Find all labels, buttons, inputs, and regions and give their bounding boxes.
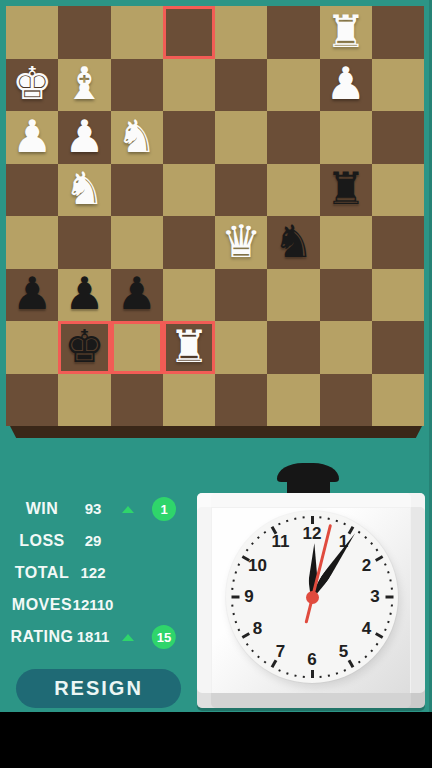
square-h5[interactable]: [372, 164, 424, 217]
square-h3[interactable]: [372, 269, 424, 322]
minute-tick: [294, 517, 297, 520]
stat-row-moves: MOVES12110: [0, 589, 200, 621]
clock-number-10: 10: [246, 555, 268, 577]
square-f2[interactable]: [267, 321, 319, 374]
square-a2[interactable]: [6, 321, 58, 374]
piece-white-knight[interactable]: ♞: [116, 114, 156, 159]
stat-value-win: 93: [58, 493, 128, 525]
square-f5[interactable]: [267, 164, 319, 217]
minute-tick: [278, 669, 281, 672]
square-h2[interactable]: [372, 321, 424, 374]
stat-row-win: WIN931: [0, 493, 200, 525]
app-screen: ♜♚♝♟♟♟♞♞♜♛♞♟♟♟♚♜ WIN931LOSS29TOTAL122MOV…: [0, 0, 432, 768]
square-d6[interactable]: [163, 111, 215, 164]
piece-white-pawn[interactable]: ♟: [12, 114, 52, 159]
rating-change-badge: 15: [152, 625, 176, 649]
stat-value-total: 122: [58, 557, 128, 589]
trend-up-icon: [122, 506, 134, 513]
square-b1[interactable]: [58, 374, 110, 427]
clock-number-5: 5: [333, 641, 355, 663]
minute-tick: [246, 548, 249, 551]
square-h1[interactable]: [372, 374, 424, 427]
square-e8[interactable]: [215, 6, 267, 59]
clock-face: 123456789101112: [226, 511, 398, 683]
stat-row-rating: RATING181115: [0, 621, 200, 653]
chess-clock: 123456789101112: [197, 463, 425, 709]
stat-value-loss: 29: [58, 525, 128, 557]
square-a3[interactable]: ♟: [6, 269, 58, 322]
piece-white-pawn[interactable]: ♟: [325, 61, 365, 106]
minute-tick: [237, 628, 240, 631]
minute-tick: [387, 571, 390, 574]
square-f1[interactable]: [267, 374, 319, 427]
minute-tick: [234, 571, 237, 574]
bottom-bar: [0, 712, 432, 768]
minute-tick: [278, 522, 281, 525]
minute-tick: [364, 536, 367, 539]
square-d4[interactable]: [163, 216, 215, 269]
piece-white-pawn[interactable]: ♟: [64, 114, 104, 159]
minute-tick: [257, 655, 260, 658]
piece-white-rook[interactable]: ♜: [169, 324, 209, 369]
square-a8[interactable]: [6, 6, 58, 59]
clock-number-3: 3: [364, 586, 386, 608]
piece-black-knight[interactable]: ♞: [273, 219, 313, 264]
square-e2[interactable]: [215, 321, 267, 374]
minute-tick: [319, 516, 321, 519]
piece-white-knight[interactable]: ♞: [64, 166, 104, 211]
square-e1[interactable]: [215, 374, 267, 427]
square-b8[interactable]: [58, 6, 110, 59]
square-c3[interactable]: ♟: [111, 269, 163, 322]
piece-black-king[interactable]: ♚: [64, 324, 104, 369]
clock-number-4: 4: [356, 618, 378, 640]
square-g5[interactable]: ♜: [320, 164, 372, 217]
minute-tick: [343, 669, 346, 672]
stat-row-total: TOTAL122: [0, 557, 200, 589]
clock-number-9: 9: [238, 586, 260, 608]
minute-tick: [302, 516, 304, 519]
piece-white-bishop[interactable]: ♝: [64, 61, 104, 106]
square-a4[interactable]: [6, 216, 58, 269]
square-h6[interactable]: [372, 111, 424, 164]
clock-center-dot: [306, 591, 319, 604]
hour-tick: [311, 670, 314, 678]
square-g6[interactable]: [320, 111, 372, 164]
square-g7[interactable]: ♟: [320, 59, 372, 112]
square-b2[interactable]: ♚: [58, 321, 110, 374]
square-d5[interactable]: [163, 164, 215, 217]
piece-black-pawn[interactable]: ♟: [12, 271, 52, 316]
minute-tick: [390, 587, 393, 589]
square-f6[interactable]: [267, 111, 319, 164]
square-e4[interactable]: ♛: [215, 216, 267, 269]
minute-tick: [263, 660, 266, 663]
clock-number-6: 6: [301, 649, 323, 671]
clock-number-12: 12: [301, 523, 323, 545]
square-a6[interactable]: ♟: [6, 111, 58, 164]
square-h4[interactable]: [372, 216, 424, 269]
square-f8[interactable]: [267, 6, 319, 59]
minute-tick: [375, 642, 378, 645]
minute-tick: [294, 674, 297, 677]
square-f3[interactable]: [267, 269, 319, 322]
minute-tick: [384, 628, 387, 631]
square-b3[interactable]: ♟: [58, 269, 110, 322]
minute-tick: [335, 519, 338, 522]
square-b5[interactable]: ♞: [58, 164, 110, 217]
minute-tick: [370, 649, 373, 652]
minute-tick: [390, 604, 393, 606]
minute-tick: [231, 587, 234, 589]
clock-body: 123456789101112: [197, 493, 425, 708]
square-f4[interactable]: ♞: [267, 216, 319, 269]
minute-tick: [357, 531, 360, 534]
square-d2[interactable]: ♜: [163, 321, 215, 374]
square-c6[interactable]: ♞: [111, 111, 163, 164]
win-change-badge: 1: [152, 497, 176, 521]
minute-tick: [389, 579, 392, 582]
square-a7[interactable]: ♚: [6, 59, 58, 112]
minute-tick: [251, 542, 254, 545]
stat-value-rating: 1811: [58, 621, 128, 653]
piece-black-pawn[interactable]: ♟: [116, 271, 156, 316]
trend-up-icon: [122, 634, 134, 641]
minute-tick: [257, 536, 260, 539]
square-b6[interactable]: ♟: [58, 111, 110, 164]
piece-white-queen[interactable]: ♛: [221, 219, 261, 264]
square-g1[interactable]: [320, 374, 372, 427]
minute-tick: [357, 660, 360, 663]
square-c1[interactable]: [111, 374, 163, 427]
square-c8[interactable]: [111, 6, 163, 59]
minute-tick: [319, 675, 321, 678]
clock-number-2: 2: [356, 555, 378, 577]
square-e7[interactable]: [215, 59, 267, 112]
piece-black-rook[interactable]: ♜: [325, 166, 365, 211]
square-g8[interactable]: ♜: [320, 6, 372, 59]
minute-tick: [251, 649, 254, 652]
clock-number-8: 8: [246, 618, 268, 640]
board-base-edge: [10, 426, 422, 438]
minute-tick: [343, 522, 346, 525]
resign-button[interactable]: RESIGN: [16, 669, 181, 708]
minute-tick: [384, 563, 387, 566]
square-c7[interactable]: [111, 59, 163, 112]
square-h7[interactable]: [372, 59, 424, 112]
square-e5[interactable]: [215, 164, 267, 217]
square-a1[interactable]: [6, 374, 58, 427]
minute-tick: [335, 672, 338, 675]
minute-tick: [286, 672, 289, 675]
minute-tick: [232, 612, 235, 615]
square-d3[interactable]: [163, 269, 215, 322]
piece-black-pawn[interactable]: ♟: [64, 271, 104, 316]
piece-white-king[interactable]: ♚: [12, 61, 52, 106]
minute-tick: [234, 620, 237, 623]
minute-tick: [389, 612, 392, 615]
clock-number-11: 11: [270, 531, 292, 553]
square-h8[interactable]: [372, 6, 424, 59]
piece-white-rook[interactable]: ♜: [325, 9, 365, 54]
minute-tick: [237, 563, 240, 566]
minute-tick: [387, 620, 390, 623]
minute-tick: [327, 517, 330, 520]
square-g4[interactable]: [320, 216, 372, 269]
square-g3[interactable]: [320, 269, 372, 322]
square-e3[interactable]: [215, 269, 267, 322]
square-c5[interactable]: [111, 164, 163, 217]
square-f7[interactable]: [267, 59, 319, 112]
minute-tick: [375, 548, 378, 551]
minute-tick: [370, 542, 373, 545]
square-d7[interactable]: [163, 59, 215, 112]
minute-tick: [364, 655, 367, 658]
minute-tick: [327, 674, 330, 677]
minute-tick: [263, 531, 266, 534]
square-c2[interactable]: [111, 321, 163, 374]
square-d1[interactable]: [163, 374, 215, 427]
square-b4[interactable]: [58, 216, 110, 269]
minute-tick: [302, 675, 304, 678]
square-g2[interactable]: [320, 321, 372, 374]
square-e6[interactable]: [215, 111, 267, 164]
minute-tick: [232, 579, 235, 582]
stat-value-moves: 12110: [58, 589, 128, 621]
hour-tick: [385, 596, 393, 599]
stat-row-loss: LOSS29: [0, 525, 200, 557]
square-d8[interactable]: [163, 6, 215, 59]
minute-tick: [231, 604, 234, 606]
chess-board[interactable]: ♜♚♝♟♟♟♞♞♜♛♞♟♟♟♚♜: [6, 6, 424, 426]
minute-tick: [246, 642, 249, 645]
square-c4[interactable]: [111, 216, 163, 269]
minute-tick: [286, 519, 289, 522]
clock-number-7: 7: [270, 641, 292, 663]
square-a5[interactable]: [6, 164, 58, 217]
square-b7[interactable]: ♝: [58, 59, 110, 112]
